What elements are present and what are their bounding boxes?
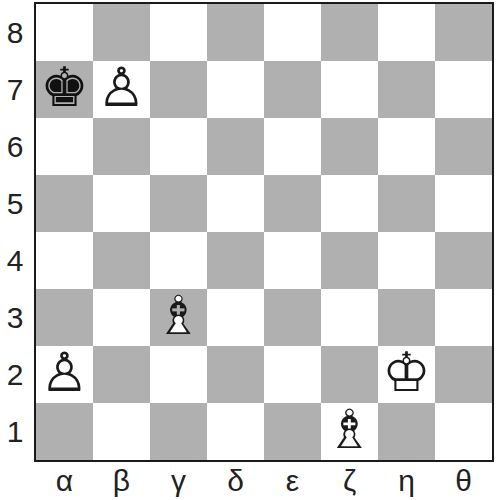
- square-ε4[interactable]: [264, 232, 321, 289]
- square-β6[interactable]: [93, 118, 150, 175]
- chess-board: ♚♟♙♝♗♟♙♚♔♝♗: [34, 2, 494, 462]
- square-ε8[interactable]: [264, 4, 321, 61]
- square-θ8[interactable]: [435, 4, 492, 61]
- square-α3[interactable]: [36, 289, 93, 346]
- rank-label-3: 3: [0, 289, 30, 346]
- white-bishop-outline: ♗: [154, 289, 202, 343]
- black-king[interactable]: ♚: [36, 61, 93, 118]
- file-label-θ: θ: [435, 462, 492, 500]
- square-ζ5[interactable]: [321, 175, 378, 232]
- rank-label-7: 7: [0, 61, 30, 118]
- square-γ6[interactable]: [150, 118, 207, 175]
- square-ε6[interactable]: [264, 118, 321, 175]
- white-bishop-outline: ♗: [325, 403, 373, 457]
- square-θ1[interactable]: [435, 403, 492, 460]
- square-γ1[interactable]: [150, 403, 207, 460]
- square-α5[interactable]: [36, 175, 93, 232]
- file-label-γ: γ: [150, 462, 207, 500]
- square-ζ1[interactable]: ♝♗: [321, 403, 378, 460]
- square-ζ8[interactable]: [321, 4, 378, 61]
- square-η8[interactable]: [378, 4, 435, 61]
- square-α4[interactable]: [36, 232, 93, 289]
- square-β3[interactable]: [93, 289, 150, 346]
- square-η7[interactable]: [378, 61, 435, 118]
- square-γ2[interactable]: [150, 346, 207, 403]
- file-label-ζ: ζ: [321, 462, 378, 500]
- square-ε7[interactable]: [264, 61, 321, 118]
- square-ζ3[interactable]: [321, 289, 378, 346]
- square-η5[interactable]: [378, 175, 435, 232]
- square-δ8[interactable]: [207, 4, 264, 61]
- square-ζ6[interactable]: [321, 118, 378, 175]
- white-pawn[interactable]: ♟♙: [93, 61, 150, 118]
- square-ζ2[interactable]: [321, 346, 378, 403]
- square-β2[interactable]: [93, 346, 150, 403]
- white-pawn-outline: ♙: [97, 61, 145, 115]
- rank-label-5: 5: [0, 175, 30, 232]
- square-η3[interactable]: [378, 289, 435, 346]
- square-γ7[interactable]: [150, 61, 207, 118]
- square-α2[interactable]: ♟♙: [36, 346, 93, 403]
- file-labels: αβγδεζηθ: [36, 462, 492, 500]
- square-ζ4[interactable]: [321, 232, 378, 289]
- square-β4[interactable]: [93, 232, 150, 289]
- square-ε5[interactable]: [264, 175, 321, 232]
- file-label-δ: δ: [207, 462, 264, 500]
- square-η1[interactable]: [378, 403, 435, 460]
- white-king[interactable]: ♚♔: [378, 346, 435, 403]
- file-label-β: β: [93, 462, 150, 500]
- rank-label-6: 6: [0, 118, 30, 175]
- square-δ3[interactable]: [207, 289, 264, 346]
- square-α8[interactable]: [36, 4, 93, 61]
- square-α7[interactable]: ♚: [36, 61, 93, 118]
- square-ε1[interactable]: [264, 403, 321, 460]
- white-pawn[interactable]: ♟♙: [36, 346, 93, 403]
- square-ζ7[interactable]: [321, 61, 378, 118]
- square-δ2[interactable]: [207, 346, 264, 403]
- square-β1[interactable]: [93, 403, 150, 460]
- rank-labels: 87654321: [0, 4, 30, 460]
- square-δ5[interactable]: [207, 175, 264, 232]
- square-θ5[interactable]: [435, 175, 492, 232]
- square-θ7[interactable]: [435, 61, 492, 118]
- square-η6[interactable]: [378, 118, 435, 175]
- file-label-ε: ε: [264, 462, 321, 500]
- file-label-η: η: [378, 462, 435, 500]
- square-η4[interactable]: [378, 232, 435, 289]
- square-δ7[interactable]: [207, 61, 264, 118]
- square-β7[interactable]: ♟♙: [93, 61, 150, 118]
- square-θ4[interactable]: [435, 232, 492, 289]
- square-β5[interactable]: [93, 175, 150, 232]
- file-label-α: α: [36, 462, 93, 500]
- black-king-glyph: ♚: [40, 61, 88, 115]
- square-δ1[interactable]: [207, 403, 264, 460]
- square-γ5[interactable]: [150, 175, 207, 232]
- square-α1[interactable]: [36, 403, 93, 460]
- white-bishop[interactable]: ♝♗: [150, 289, 207, 346]
- chess-diagram: 87654321 ♚♟♙♝♗♟♙♚♔♝♗ αβγδεζηθ: [0, 0, 500, 500]
- square-ε3[interactable]: [264, 289, 321, 346]
- rank-label-4: 4: [0, 232, 30, 289]
- white-king-outline: ♔: [382, 346, 430, 400]
- white-pawn-outline: ♙: [40, 346, 88, 400]
- square-γ4[interactable]: [150, 232, 207, 289]
- square-ε2[interactable]: [264, 346, 321, 403]
- rank-label-1: 1: [0, 403, 30, 460]
- square-θ3[interactable]: [435, 289, 492, 346]
- rank-label-8: 8: [0, 4, 30, 61]
- square-η2[interactable]: ♚♔: [378, 346, 435, 403]
- square-θ2[interactable]: [435, 346, 492, 403]
- square-θ6[interactable]: [435, 118, 492, 175]
- rank-label-2: 2: [0, 346, 30, 403]
- square-δ6[interactable]: [207, 118, 264, 175]
- square-δ4[interactable]: [207, 232, 264, 289]
- square-α6[interactable]: [36, 118, 93, 175]
- square-γ3[interactable]: ♝♗: [150, 289, 207, 346]
- square-γ8[interactable]: [150, 4, 207, 61]
- white-bishop[interactable]: ♝♗: [321, 403, 378, 460]
- square-β8[interactable]: [93, 4, 150, 61]
